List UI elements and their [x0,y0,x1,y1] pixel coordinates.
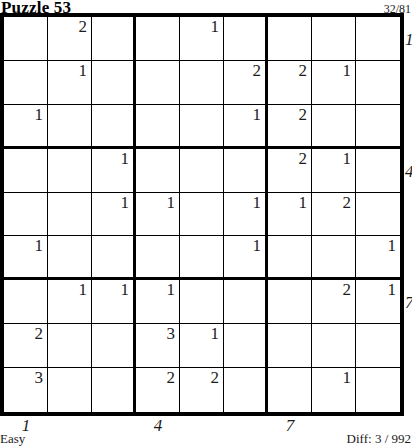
cell-r4c5[interactable] [180,149,224,193]
cell-r4c3[interactable]: 1 [92,149,136,193]
clue-digit: 2 [167,369,176,386]
clue-digit: 2 [79,18,88,35]
cell-r7c8[interactable]: 2 [312,280,356,324]
clue-digit: 2 [253,62,262,79]
cell-r8c2[interactable] [48,324,92,368]
cell-r9c7[interactable] [268,368,312,412]
clue-digit: 1 [121,194,130,211]
cell-r7c5[interactable] [180,280,224,324]
cell-r6c8[interactable] [312,236,356,280]
cell-r4c4[interactable] [136,149,180,193]
difficulty-label: Easy [0,431,25,446]
clue-digit: 1 [253,106,262,123]
cell-r5c9[interactable] [356,193,400,237]
row-label-4: 4 [405,162,412,179]
clue-digit: 1 [211,18,220,35]
cell-r3c1[interactable]: 1 [4,105,48,149]
cell-r7c7[interactable] [268,280,312,324]
clue-digit: 1 [343,150,352,167]
cell-r3c4[interactable] [136,105,180,149]
clue-digit: 1 [167,281,176,298]
cell-r8c3[interactable] [92,324,136,368]
clue-digit: 1 [211,325,220,342]
clue-digit: 1 [299,194,308,211]
clue-digit: 3 [35,369,44,386]
cell-r2c8[interactable]: 1 [312,61,356,105]
clue-digit: 1 [79,281,88,298]
clue-digit: 1 [388,237,397,254]
cell-r5c8[interactable]: 2 [312,193,356,237]
cell-r9c2[interactable] [48,368,92,412]
cell-r1c4[interactable] [136,17,180,61]
cell-r7c2[interactable]: 1 [48,280,92,324]
cell-r8c8[interactable] [312,324,356,368]
cell-r7c9[interactable]: 1 [356,280,400,324]
cell-r3c8[interactable] [312,105,356,149]
cell-r7c4[interactable]: 1 [136,280,180,324]
cell-r9c1[interactable]: 3 [4,368,48,412]
clue-digit: 2 [211,369,220,386]
cell-r9c5[interactable]: 2 [180,368,224,412]
cell-r2c3[interactable] [92,61,136,105]
cell-r4c6[interactable] [224,149,268,193]
cell-r8c7[interactable] [268,324,312,368]
clue-digit: 1 [343,369,352,386]
cell-r1c9[interactable] [356,17,400,61]
cell-r6c2[interactable] [48,236,92,280]
cell-r8c9[interactable] [356,324,400,368]
cell-r3c9[interactable] [356,105,400,149]
col-label-4: 4 [154,417,163,434]
cell-r5c2[interactable] [48,193,92,237]
cell-r9c9[interactable] [356,368,400,412]
clue-digit: 2 [299,62,308,79]
cell-r8c1[interactable]: 2 [4,324,48,368]
cell-r5c6[interactable]: 1 [224,193,268,237]
cell-r9c3[interactable] [92,368,136,412]
cell-r6c9[interactable]: 1 [356,236,400,280]
clue-digit: 1 [121,281,130,298]
cell-r3c3[interactable] [92,105,136,149]
cell-r7c3[interactable]: 1 [92,280,136,324]
cell-r9c4[interactable]: 2 [136,368,180,412]
col-label-7: 7 [286,417,295,434]
cell-r9c6[interactable] [224,368,268,412]
cell-r8c6[interactable] [224,324,268,368]
difficulty-rating: Diff: 3 / 992 [347,431,411,446]
cell-r4c7[interactable]: 2 [268,149,312,193]
cell-r6c6[interactable]: 1 [224,236,268,280]
cell-r2c1[interactable] [4,61,48,105]
cell-r4c2[interactable] [48,149,92,193]
clue-digit: 1 [35,106,44,123]
clue-digit: 1 [253,237,262,254]
cell-r7c6[interactable] [224,280,268,324]
cell-r4c9[interactable] [356,149,400,193]
cell-r1c5[interactable]: 1 [180,17,224,61]
row-label-1: 1 [405,30,412,47]
clue-digit: 1 [167,194,176,211]
clue-digit: 1 [343,62,352,79]
cell-r4c1[interactable] [4,149,48,193]
cell-r7c1[interactable] [4,280,48,324]
cell-r3c6[interactable]: 1 [224,105,268,149]
cell-r2c9[interactable] [356,61,400,105]
cell-r6c4[interactable] [136,236,180,280]
cell-r1c7[interactable] [268,17,312,61]
clue-digit: 1 [253,194,262,211]
cell-r5c5[interactable] [180,193,224,237]
clue-digit: 1 [79,62,88,79]
cell-r2c5[interactable] [180,61,224,105]
cell-r6c1[interactable]: 1 [4,236,48,280]
cell-r5c3[interactable]: 1 [92,193,136,237]
cell-r2c4[interactable] [136,61,180,105]
cell-r6c5[interactable] [180,236,224,280]
clue-digit: 1 [35,237,44,254]
cell-r4c8[interactable]: 1 [312,149,356,193]
clue-digit: 2 [35,325,44,342]
clue-digit: 1 [121,150,130,167]
clue-digit: 2 [343,281,352,298]
cell-r2c2[interactable]: 1 [48,61,92,105]
cell-r2c6[interactable]: 2 [224,61,268,105]
cell-r6c3[interactable] [92,236,136,280]
cell-r1c8[interactable] [312,17,356,61]
cell-r5c4[interactable]: 1 [136,193,180,237]
clue-digit: 2 [343,194,352,211]
cell-r8c4[interactable]: 3 [136,324,180,368]
cell-r1c6[interactable] [224,17,268,61]
cell-r6c7[interactable] [268,236,312,280]
cell-r5c1[interactable] [4,193,48,237]
clue-digit: 2 [299,150,308,167]
row-label-7: 7 [405,294,412,311]
clue-digit: 3 [167,325,176,342]
cell-r2c7[interactable]: 2 [268,61,312,105]
cell-r1c3[interactable] [92,17,136,61]
cell-r8c5[interactable]: 1 [180,324,224,368]
cell-r3c7[interactable]: 2 [268,105,312,149]
cell-r5c7[interactable]: 1 [268,193,312,237]
cell-r3c2[interactable] [48,105,92,149]
cell-r1c2[interactable]: 2 [48,17,92,61]
cell-r1c1[interactable] [4,17,48,61]
puzzle-grid: 21122111212111112111111212313221 [0,13,404,416]
clue-digit: 1 [388,281,397,298]
cell-r9c8[interactable]: 1 [312,368,356,412]
cell-r3c5[interactable] [180,105,224,149]
clue-digit: 2 [299,106,308,123]
